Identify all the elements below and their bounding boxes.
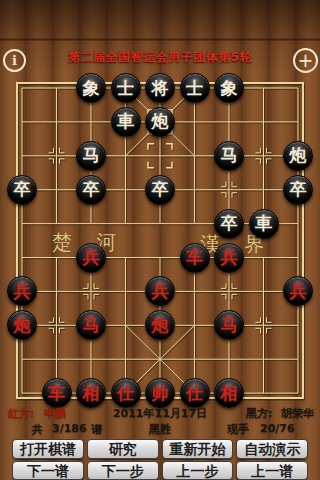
total-label: 共 xyxy=(32,422,43,437)
move-label: 现手 xyxy=(227,422,249,437)
board-piece[interactable]: 车 xyxy=(180,243,210,273)
restart-button[interactable]: 重新开始 xyxy=(162,439,234,459)
game-status-row: 共 3/186 谱 黑胜 现手 20/76 xyxy=(0,422,320,436)
board-piece[interactable]: 卒 xyxy=(283,175,313,205)
board-piece[interactable]: 卒 xyxy=(76,175,106,205)
game-index: 3/186 xyxy=(52,422,87,435)
black-side-label: 黑方: xyxy=(246,406,272,421)
board-piece[interactable]: 帅 xyxy=(145,378,175,408)
next-move-button[interactable]: 下一步 xyxy=(87,461,159,480)
result-badge: 黑胜 xyxy=(149,422,171,437)
toolbar-row-2: 下一谱 下一步 上一步 上一谱 xyxy=(12,461,308,480)
board-piece[interactable]: 卒 xyxy=(7,175,37,205)
board-piece[interactable]: 马 xyxy=(214,141,244,171)
prev-move-button[interactable]: 上一步 xyxy=(162,461,234,480)
board-piece[interactable]: 車 xyxy=(249,209,279,239)
move-index: 20/76 xyxy=(260,422,295,435)
next-game-button[interactable]: 下一谱 xyxy=(12,461,84,480)
game-date: 2011年11月17日 xyxy=(113,406,207,421)
open-game-record-button[interactable]: 打开棋谱 xyxy=(12,439,84,459)
board-piece[interactable]: 象 xyxy=(214,73,244,103)
board-piece[interactable]: 炮 xyxy=(145,107,175,137)
board-piece[interactable]: 车 xyxy=(42,378,72,408)
players-info-row: 红方: 申鹏 2011年11月17日 黑方: 胡荣华 xyxy=(0,406,320,420)
red-side-label: 红方: xyxy=(8,406,34,421)
board-piece[interactable]: 車 xyxy=(111,107,141,137)
board-piece[interactable]: 兵 xyxy=(76,243,106,273)
app-screen: i 第二届全国智运会男子团体第5轮 + 楚 河 漢 界 象士将士象車炮马马炮卒卒… xyxy=(0,0,320,480)
board-piece[interactable]: 士 xyxy=(111,73,141,103)
board-piece[interactable]: 仕 xyxy=(180,378,210,408)
toolbar-row-1: 打开棋谱 研究 重新开始 自动演示 xyxy=(12,439,308,459)
board-piece[interactable]: 相 xyxy=(214,378,244,408)
board-piece[interactable]: 炮 xyxy=(283,141,313,171)
board-piece[interactable]: 相 xyxy=(76,378,106,408)
total-suffix: 谱 xyxy=(91,422,102,437)
study-button[interactable]: 研究 xyxy=(87,439,159,459)
board-piece[interactable]: 卒 xyxy=(145,175,175,205)
black-player-name: 胡荣华 xyxy=(281,406,314,421)
red-player-name: 申鹏 xyxy=(44,406,66,421)
board-piece[interactable]: 卒 xyxy=(214,209,244,239)
board-piece[interactable]: 将 xyxy=(145,73,175,103)
board-piece[interactable]: 象 xyxy=(76,73,106,103)
prev-game-button[interactable]: 上一谱 xyxy=(236,461,308,480)
board-piece[interactable]: 士 xyxy=(180,73,210,103)
auto-play-button[interactable]: 自动演示 xyxy=(236,439,308,459)
board-piece[interactable]: 兵 xyxy=(214,243,244,273)
board-piece[interactable]: 马 xyxy=(76,141,106,171)
board-piece[interactable]: 仕 xyxy=(111,378,141,408)
